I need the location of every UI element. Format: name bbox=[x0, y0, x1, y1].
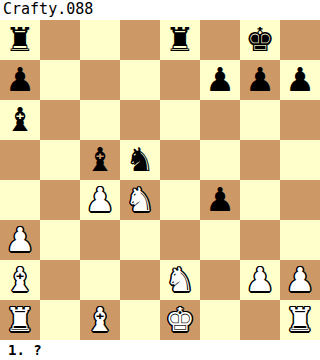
square-b6[interactable] bbox=[40, 100, 80, 140]
piece-white-pawn: ♟ bbox=[240, 260, 280, 300]
crafty-window: Crafty.088 ♜♜♚♟♟♟♟♝♝♞♟♞♟♟♝♞♟♟♜♝♚♜ 1. ? bbox=[0, 0, 320, 360]
square-h3[interactable] bbox=[280, 220, 320, 260]
square-e5[interactable] bbox=[160, 140, 200, 180]
square-a7[interactable]: ♟ bbox=[0, 60, 40, 100]
square-a3[interactable]: ♟ bbox=[0, 220, 40, 260]
piece-white-knight: ♞ bbox=[120, 180, 160, 220]
square-h2[interactable]: ♟ bbox=[280, 260, 320, 300]
square-f6[interactable] bbox=[200, 100, 240, 140]
square-b4[interactable] bbox=[40, 180, 80, 220]
square-c2[interactable] bbox=[80, 260, 120, 300]
square-a6[interactable]: ♝ bbox=[0, 100, 40, 140]
piece-black-rook: ♜ bbox=[160, 20, 200, 60]
piece-black-pawn: ♟ bbox=[0, 60, 40, 100]
square-c3[interactable] bbox=[80, 220, 120, 260]
square-d7[interactable] bbox=[120, 60, 160, 100]
square-a1[interactable]: ♜ bbox=[0, 300, 40, 340]
square-d5[interactable]: ♞ bbox=[120, 140, 160, 180]
square-b2[interactable] bbox=[40, 260, 80, 300]
square-f8[interactable] bbox=[200, 20, 240, 60]
square-c6[interactable] bbox=[80, 100, 120, 140]
square-d3[interactable] bbox=[120, 220, 160, 260]
square-g2[interactable]: ♟ bbox=[240, 260, 280, 300]
square-e8[interactable]: ♜ bbox=[160, 20, 200, 60]
square-d4[interactable]: ♞ bbox=[120, 180, 160, 220]
square-g1[interactable] bbox=[240, 300, 280, 340]
square-e2[interactable]: ♞ bbox=[160, 260, 200, 300]
piece-white-pawn: ♟ bbox=[80, 180, 120, 220]
square-f1[interactable] bbox=[200, 300, 240, 340]
piece-black-knight: ♞ bbox=[120, 140, 160, 180]
piece-black-pawn: ♟ bbox=[200, 180, 240, 220]
square-d8[interactable] bbox=[120, 20, 160, 60]
square-b8[interactable] bbox=[40, 20, 80, 60]
square-d6[interactable] bbox=[120, 100, 160, 140]
square-c1[interactable]: ♝ bbox=[80, 300, 120, 340]
square-b3[interactable] bbox=[40, 220, 80, 260]
square-a5[interactable] bbox=[0, 140, 40, 180]
square-h4[interactable] bbox=[280, 180, 320, 220]
square-f7[interactable]: ♟ bbox=[200, 60, 240, 100]
window-title: Crafty.088 bbox=[0, 0, 320, 20]
square-e4[interactable] bbox=[160, 180, 200, 220]
piece-black-bishop: ♝ bbox=[0, 100, 40, 140]
square-g6[interactable] bbox=[240, 100, 280, 140]
square-f5[interactable] bbox=[200, 140, 240, 180]
square-f2[interactable] bbox=[200, 260, 240, 300]
piece-black-bishop: ♝ bbox=[80, 140, 120, 180]
piece-white-pawn: ♟ bbox=[280, 260, 320, 300]
piece-black-pawn: ♟ bbox=[200, 60, 240, 100]
square-h1[interactable]: ♜ bbox=[280, 300, 320, 340]
square-h8[interactable] bbox=[280, 20, 320, 60]
square-a4[interactable] bbox=[0, 180, 40, 220]
piece-white-bishop: ♝ bbox=[80, 300, 120, 340]
square-c7[interactable] bbox=[80, 60, 120, 100]
piece-white-rook: ♜ bbox=[0, 300, 40, 340]
square-b7[interactable] bbox=[40, 60, 80, 100]
square-e3[interactable] bbox=[160, 220, 200, 260]
square-b5[interactable] bbox=[40, 140, 80, 180]
move-prompt: 1. ? bbox=[0, 340, 320, 360]
piece-black-king: ♚ bbox=[240, 20, 280, 60]
square-d2[interactable] bbox=[120, 260, 160, 300]
piece-black-pawn: ♟ bbox=[280, 60, 320, 100]
square-d1[interactable] bbox=[120, 300, 160, 340]
square-e6[interactable] bbox=[160, 100, 200, 140]
square-f3[interactable] bbox=[200, 220, 240, 260]
square-g7[interactable]: ♟ bbox=[240, 60, 280, 100]
square-c5[interactable]: ♝ bbox=[80, 140, 120, 180]
piece-white-king: ♚ bbox=[160, 300, 200, 340]
square-c4[interactable]: ♟ bbox=[80, 180, 120, 220]
square-g4[interactable] bbox=[240, 180, 280, 220]
piece-white-bishop: ♝ bbox=[0, 260, 40, 300]
piece-white-knight: ♞ bbox=[160, 260, 200, 300]
square-h6[interactable] bbox=[280, 100, 320, 140]
piece-white-pawn: ♟ bbox=[0, 220, 40, 260]
chess-board: ♜♜♚♟♟♟♟♝♝♞♟♞♟♟♝♞♟♟♜♝♚♜ bbox=[0, 20, 320, 340]
piece-black-pawn: ♟ bbox=[240, 60, 280, 100]
square-h7[interactable]: ♟ bbox=[280, 60, 320, 100]
piece-white-rook: ♜ bbox=[280, 300, 320, 340]
square-e1[interactable]: ♚ bbox=[160, 300, 200, 340]
square-f4[interactable]: ♟ bbox=[200, 180, 240, 220]
square-h5[interactable] bbox=[280, 140, 320, 180]
square-a2[interactable]: ♝ bbox=[0, 260, 40, 300]
square-c8[interactable] bbox=[80, 20, 120, 60]
piece-black-rook: ♜ bbox=[0, 20, 40, 60]
square-g3[interactable] bbox=[240, 220, 280, 260]
square-b1[interactable] bbox=[40, 300, 80, 340]
square-g8[interactable]: ♚ bbox=[240, 20, 280, 60]
square-g5[interactable] bbox=[240, 140, 280, 180]
square-a8[interactable]: ♜ bbox=[0, 20, 40, 60]
square-e7[interactable] bbox=[160, 60, 200, 100]
